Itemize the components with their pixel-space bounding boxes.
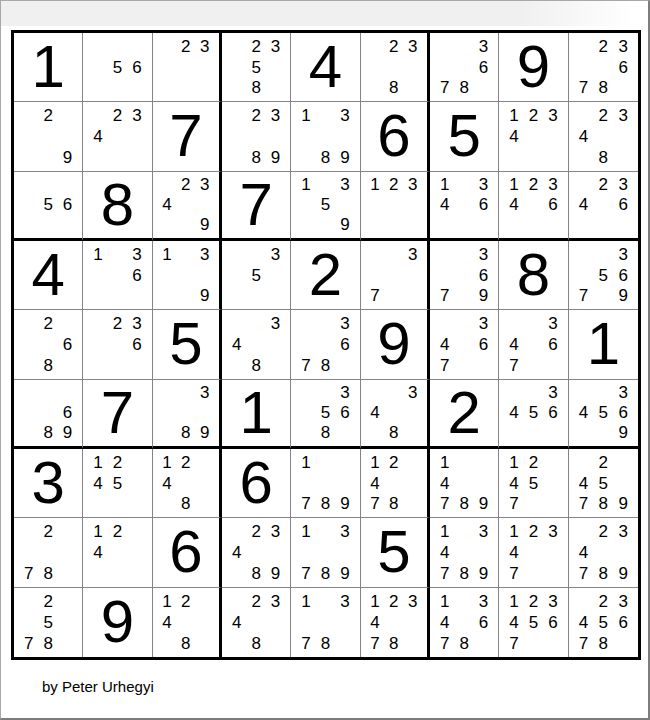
pencil-marks: 56 bbox=[14, 172, 82, 238]
pencil-mark-8: 8 bbox=[384, 423, 403, 443]
sudoku-cell-r4c4[interactable]: 35 bbox=[222, 241, 291, 310]
pencil-mark-6 bbox=[58, 612, 77, 633]
pencil-mark-1: 1 bbox=[88, 452, 107, 473]
sudoku-cell-r5c4[interactable]: 348 bbox=[222, 310, 291, 379]
pencil-mark-3: 3 bbox=[266, 36, 285, 57]
sudoku-cell-r7c1[interactable]: 3 bbox=[14, 449, 83, 518]
sudoku-cell-r6c8[interactable]: 3456 bbox=[499, 380, 568, 449]
pencil-mark-2: 2 bbox=[108, 452, 127, 473]
sudoku-cell-r3c5[interactable]: 1359 bbox=[291, 172, 360, 241]
pencil-mark-4 bbox=[227, 265, 246, 286]
pencil-mark-1 bbox=[227, 591, 246, 612]
pencil-mark-4: 4 bbox=[504, 542, 523, 563]
pencil-mark-8 bbox=[524, 355, 543, 376]
pencil-mark-1: 1 bbox=[158, 591, 177, 612]
pencil-mark-7 bbox=[504, 147, 523, 168]
sudoku-cell-r6c1[interactable]: 689 bbox=[14, 380, 83, 449]
sudoku-cell-r4c3[interactable]: 139 bbox=[153, 241, 222, 310]
sudoku-cell-r7c8[interactable]: 12457 bbox=[499, 449, 568, 518]
pencil-mark-7: 7 bbox=[435, 494, 454, 515]
pencil-mark-4: 4 bbox=[504, 126, 523, 147]
pencil-mark-1 bbox=[227, 244, 246, 265]
pencil-mark-8 bbox=[384, 286, 403, 307]
sudoku-cell-r1c2[interactable]: 56 bbox=[83, 33, 152, 102]
pencil-mark-8: 8 bbox=[593, 633, 613, 654]
pencil-mark-6: 6 bbox=[58, 195, 77, 215]
pencil-marks: 238 bbox=[361, 33, 427, 101]
pencil-mark-1 bbox=[574, 105, 594, 126]
sudoku-cell-r8c5[interactable]: 13789 bbox=[291, 518, 360, 587]
sudoku-cell-r7c9[interactable]: 245789 bbox=[569, 449, 638, 518]
pencil-mark-5: 5 bbox=[593, 265, 613, 286]
pencil-mark-2: 2 bbox=[38, 313, 57, 334]
pencil-mark-7 bbox=[435, 215, 454, 235]
pencil-mark-8 bbox=[108, 78, 127, 99]
pencil-mark-4 bbox=[366, 57, 385, 78]
pencil-mark-4: 4 bbox=[158, 612, 177, 633]
pencil-mark-9: 9 bbox=[613, 423, 633, 443]
pencil-mark-1: 1 bbox=[435, 591, 454, 612]
pencil-mark-6 bbox=[127, 473, 146, 494]
sudoku-cell-r8c9[interactable]: 234789 bbox=[569, 518, 638, 587]
pencil-mark-1: 1 bbox=[296, 452, 315, 473]
sudoku-cell-r4c2[interactable]: 136 bbox=[83, 241, 152, 310]
pencil-mark-6 bbox=[266, 612, 285, 633]
pencil-mark-5 bbox=[246, 542, 265, 563]
sudoku-cell-r5c8[interactable]: 3467 bbox=[499, 310, 568, 379]
sudoku-cell-r2c4[interactable]: 2389 bbox=[222, 102, 291, 171]
sudoku-cell-r4c1[interactable]: 4 bbox=[14, 241, 83, 310]
pencil-mark-6 bbox=[403, 57, 422, 78]
pencil-mark-2: 2 bbox=[176, 591, 195, 612]
sudoku-cell-r7c6[interactable]: 12478 bbox=[361, 449, 430, 518]
sudoku-cell-r1c4[interactable]: 2358 bbox=[222, 33, 291, 102]
sudoku-cell-r5c9[interactable]: 1 bbox=[569, 310, 638, 379]
pencil-marks: 2348 bbox=[569, 102, 638, 170]
pencil-mark-8 bbox=[176, 78, 195, 99]
pencil-mark-8 bbox=[108, 147, 127, 168]
pencil-mark-1 bbox=[227, 105, 246, 126]
sudoku-cell-r8c8[interactable]: 12347 bbox=[499, 518, 568, 587]
pencil-mark-6: 6 bbox=[613, 612, 633, 633]
pencil-mark-8 bbox=[524, 423, 543, 443]
sudoku-cell-r8c4[interactable]: 23489 bbox=[222, 518, 291, 587]
sudoku-cell-r4c8[interactable]: 8 bbox=[499, 241, 568, 310]
pencil-mark-9: 9 bbox=[195, 286, 214, 307]
pencil-mark-4 bbox=[296, 403, 315, 423]
pencil-mark-5: 5 bbox=[38, 195, 57, 215]
pencil-mark-3: 3 bbox=[474, 521, 493, 542]
sudoku-cell-r2c1[interactable]: 29 bbox=[14, 102, 83, 171]
sudoku-cell-r8c6[interactable]: 5 bbox=[361, 518, 430, 587]
sudoku-cell-r8c3[interactable]: 6 bbox=[153, 518, 222, 587]
sudoku-cell-r1c7[interactable]: 3678 bbox=[430, 33, 499, 102]
pencil-mark-1: 1 bbox=[504, 521, 523, 542]
pencil-mark-4 bbox=[19, 195, 38, 215]
sudoku-cell-r9c7[interactable]: 134678 bbox=[430, 588, 499, 657]
pencil-mark-8: 8 bbox=[384, 494, 403, 515]
author-caption: by Peter Urhegyi bbox=[42, 678, 154, 695]
pencil-mark-1 bbox=[296, 383, 315, 403]
sudoku-cell-r6c6[interactable]: 348 bbox=[361, 380, 430, 449]
pencil-marks: 139 bbox=[153, 241, 219, 309]
pencil-mark-4 bbox=[296, 612, 315, 633]
sudoku-cell-r4c9[interactable]: 35679 bbox=[569, 241, 638, 310]
pencil-mark-8: 8 bbox=[384, 78, 403, 99]
pencil-mark-8: 8 bbox=[176, 423, 195, 443]
given-digit: 9 bbox=[101, 592, 134, 652]
pencil-marks: 2358 bbox=[222, 33, 290, 101]
pencil-mark-3 bbox=[335, 452, 354, 473]
pencil-mark-6 bbox=[613, 542, 633, 563]
pencil-mark-8: 8 bbox=[38, 563, 57, 584]
sudoku-cell-r6c9[interactable]: 34569 bbox=[569, 380, 638, 449]
pencil-mark-6 bbox=[403, 195, 422, 215]
pencil-mark-1 bbox=[158, 36, 177, 57]
pencil-mark-5 bbox=[384, 403, 403, 423]
pencil-mark-4: 4 bbox=[366, 612, 385, 633]
sudoku-cell-r3c2[interactable]: 8 bbox=[83, 172, 152, 241]
pencil-mark-5 bbox=[593, 195, 613, 215]
pencil-marks: 268 bbox=[14, 310, 82, 378]
sudoku-cell-r2c3[interactable]: 7 bbox=[153, 102, 222, 171]
pencil-mark-4: 4 bbox=[88, 126, 107, 147]
pencil-mark-3: 3 bbox=[335, 313, 354, 334]
pencil-mark-7 bbox=[504, 215, 523, 235]
pencil-mark-2: 2 bbox=[246, 591, 265, 612]
sudoku-cell-r9c4[interactable]: 2348 bbox=[222, 588, 291, 657]
pencil-mark-2: 2 bbox=[593, 36, 613, 57]
pencil-mark-2: 2 bbox=[38, 521, 57, 542]
pencil-mark-3: 3 bbox=[403, 244, 422, 265]
pencil-mark-9 bbox=[58, 355, 77, 376]
pencil-mark-7: 7 bbox=[504, 355, 523, 376]
pencil-mark-6: 6 bbox=[543, 195, 562, 215]
pencil-marks: 23489 bbox=[222, 518, 290, 586]
pencil-mark-8 bbox=[246, 286, 265, 307]
sudoku-cell-r3c4[interactable]: 7 bbox=[222, 172, 291, 241]
pencil-marks: 12347 bbox=[499, 518, 567, 586]
sudoku-cell-r7c4[interactable]: 6 bbox=[222, 449, 291, 518]
pencil-marks: 134678 bbox=[430, 588, 498, 657]
pencil-mark-9: 9 bbox=[335, 215, 354, 235]
pencil-mark-3: 3 bbox=[195, 36, 214, 57]
pencil-mark-7 bbox=[574, 215, 594, 235]
pencil-mark-4: 4 bbox=[435, 612, 454, 633]
sudoku-cell-r4c5[interactable]: 2 bbox=[291, 241, 360, 310]
pencil-marks: 35 bbox=[222, 241, 290, 309]
pencil-mark-8: 8 bbox=[38, 633, 57, 654]
pencil-mark-3: 3 bbox=[403, 175, 422, 195]
pencil-mark-3: 3 bbox=[613, 521, 633, 542]
sudoku-cell-r3c1[interactable]: 56 bbox=[14, 172, 83, 241]
sudoku-cell-r7c3[interactable]: 1248 bbox=[153, 449, 222, 518]
pencil-mark-2: 2 bbox=[593, 175, 613, 195]
pencil-mark-5 bbox=[176, 265, 195, 286]
pencil-mark-1: 1 bbox=[435, 452, 454, 473]
pencil-mark-3: 3 bbox=[195, 383, 214, 403]
sudoku-cell-r1c6[interactable]: 238 bbox=[361, 33, 430, 102]
pencil-mark-4 bbox=[366, 265, 385, 286]
pencil-marks: 12478 bbox=[361, 449, 427, 517]
pencil-mark-9: 9 bbox=[335, 147, 354, 168]
pencil-mark-8 bbox=[454, 215, 473, 235]
sudoku-cell-r7c2[interactable]: 1245 bbox=[83, 449, 152, 518]
sudoku-cell-r3c7[interactable]: 1346 bbox=[430, 172, 499, 241]
pencil-marks: 278 bbox=[14, 518, 82, 586]
pencil-marks: 35679 bbox=[569, 241, 638, 309]
pencil-mark-8 bbox=[454, 355, 473, 376]
pencil-mark-7 bbox=[19, 215, 38, 235]
pencil-mark-8 bbox=[108, 355, 127, 376]
sudoku-cell-r4c6[interactable]: 37 bbox=[361, 241, 430, 310]
pencil-mark-5: 5 bbox=[38, 612, 57, 633]
pencil-mark-1 bbox=[158, 383, 177, 403]
sudoku-cell-r2c7[interactable]: 5 bbox=[430, 102, 499, 171]
sudoku-cell-r3c6[interactable]: 123 bbox=[361, 172, 430, 241]
pencil-mark-6 bbox=[195, 57, 214, 78]
pencil-mark-8: 8 bbox=[246, 563, 265, 584]
sudoku-cell-r9c8[interactable]: 1234567 bbox=[499, 588, 568, 657]
pencil-mark-4: 4 bbox=[574, 473, 594, 494]
pencil-mark-4: 4 bbox=[227, 542, 246, 563]
pencil-marks: 23 bbox=[153, 33, 219, 101]
pencil-marks: 2349 bbox=[153, 172, 219, 238]
pencil-mark-1 bbox=[504, 313, 523, 334]
sudoku-cell-r6c4[interactable]: 1 bbox=[222, 380, 291, 449]
pencil-mark-1 bbox=[158, 175, 177, 195]
pencil-mark-9 bbox=[543, 147, 562, 168]
pencil-mark-4 bbox=[158, 57, 177, 78]
pencil-mark-3: 3 bbox=[266, 521, 285, 542]
pencil-mark-9 bbox=[127, 147, 146, 168]
pencil-mark-1: 1 bbox=[504, 452, 523, 473]
pencil-marks: 124 bbox=[83, 518, 151, 586]
sudoku-cell-r2c6[interactable]: 6 bbox=[361, 102, 430, 171]
pencil-mark-3: 3 bbox=[335, 175, 354, 195]
given-digit: 9 bbox=[517, 37, 550, 97]
pencil-mark-5: 5 bbox=[108, 473, 127, 494]
sudoku-cell-r9c1[interactable]: 2578 bbox=[14, 588, 83, 657]
sudoku-cell-r4c7[interactable]: 3679 bbox=[430, 241, 499, 310]
pencil-mark-4: 4 bbox=[504, 612, 523, 633]
pencil-mark-8 bbox=[593, 286, 613, 307]
sudoku-cell-r6c5[interactable]: 3568 bbox=[291, 380, 360, 449]
pencil-mark-3: 3 bbox=[266, 244, 285, 265]
pencil-mark-8 bbox=[176, 286, 195, 307]
pencil-mark-9 bbox=[613, 215, 633, 235]
pencil-mark-7 bbox=[574, 147, 594, 168]
pencil-mark-9 bbox=[543, 215, 562, 235]
pencil-mark-2 bbox=[454, 591, 473, 612]
pencil-mark-7 bbox=[158, 423, 177, 443]
pencil-mark-4 bbox=[158, 265, 177, 286]
pencil-mark-1 bbox=[574, 383, 594, 403]
pencil-mark-8 bbox=[108, 494, 127, 515]
pencil-mark-5 bbox=[38, 542, 57, 563]
pencil-mark-7: 7 bbox=[435, 563, 454, 584]
pencil-mark-9 bbox=[195, 633, 214, 654]
sudoku-cell-r5c7[interactable]: 3467 bbox=[430, 310, 499, 379]
pencil-marks: 3568 bbox=[291, 380, 359, 446]
pencil-mark-7: 7 bbox=[574, 286, 594, 307]
pencil-mark-9 bbox=[474, 215, 493, 235]
pencil-mark-8: 8 bbox=[593, 563, 613, 584]
sudoku-cell-r8c7[interactable]: 134789 bbox=[430, 518, 499, 587]
sudoku-cell-r7c5[interactable]: 1789 bbox=[291, 449, 360, 518]
pencil-mark-1 bbox=[504, 383, 523, 403]
pencil-marks: 123 bbox=[361, 172, 427, 238]
sudoku-cell-r9c9[interactable]: 2345678 bbox=[569, 588, 638, 657]
pencil-mark-7 bbox=[88, 78, 107, 99]
sudoku-cell-r6c7[interactable]: 2 bbox=[430, 380, 499, 449]
pencil-mark-4 bbox=[296, 473, 315, 494]
pencil-mark-3: 3 bbox=[613, 105, 633, 126]
pencil-mark-2 bbox=[384, 383, 403, 403]
pencil-mark-6 bbox=[335, 473, 354, 494]
sudoku-cell-r5c2[interactable]: 236 bbox=[83, 310, 152, 379]
pencil-mark-2: 2 bbox=[593, 452, 613, 473]
sudoku-cell-r9c6[interactable]: 123478 bbox=[361, 588, 430, 657]
pencil-mark-6 bbox=[403, 473, 422, 494]
puzzle-page: 1562323584238367892367829234723891389651… bbox=[0, 0, 650, 720]
pencil-marks: 1359 bbox=[291, 172, 359, 238]
pencil-mark-2 bbox=[454, 175, 473, 195]
pencil-mark-3 bbox=[58, 383, 77, 403]
pencil-mark-7 bbox=[88, 563, 107, 584]
pencil-mark-4 bbox=[296, 334, 315, 355]
sudoku-cell-r5c6[interactable]: 9 bbox=[361, 310, 430, 379]
pencil-mark-5 bbox=[316, 334, 335, 355]
pencil-mark-6: 6 bbox=[335, 334, 354, 355]
pencil-mark-3 bbox=[58, 591, 77, 612]
pencil-mark-5 bbox=[246, 334, 265, 355]
sudoku-cell-r8c2[interactable]: 124 bbox=[83, 518, 152, 587]
pencil-marks: 56 bbox=[83, 33, 151, 101]
pencil-mark-6 bbox=[474, 542, 493, 563]
pencil-mark-4 bbox=[227, 126, 246, 147]
pencil-mark-7 bbox=[366, 423, 385, 443]
pencil-mark-8 bbox=[524, 215, 543, 235]
pencil-mark-4: 4 bbox=[574, 612, 594, 633]
sudoku-cell-r9c5[interactable]: 1378 bbox=[291, 588, 360, 657]
given-digit: 1 bbox=[587, 314, 620, 374]
sudoku-cell-r2c8[interactable]: 1234 bbox=[499, 102, 568, 171]
sudoku-cell-r5c3[interactable]: 5 bbox=[153, 310, 222, 379]
pencil-mark-4: 4 bbox=[574, 126, 594, 147]
pencil-mark-3: 3 bbox=[474, 175, 493, 195]
sudoku-cell-r1c9[interactable]: 23678 bbox=[569, 33, 638, 102]
pencil-mark-9 bbox=[543, 423, 562, 443]
pencil-mark-9 bbox=[127, 355, 146, 376]
sudoku-cell-r6c3[interactable]: 389 bbox=[153, 380, 222, 449]
given-digit: 6 bbox=[169, 522, 202, 582]
pencil-mark-4 bbox=[435, 57, 454, 78]
pencil-mark-1 bbox=[574, 452, 594, 473]
pencil-mark-7 bbox=[158, 78, 177, 99]
pencil-mark-3: 3 bbox=[474, 591, 493, 612]
pencil-marks: 3678 bbox=[430, 33, 498, 101]
pencil-mark-5: 5 bbox=[593, 473, 613, 494]
pencil-mark-2 bbox=[454, 313, 473, 334]
pencil-mark-5 bbox=[454, 265, 473, 286]
pencil-marks: 37 bbox=[361, 241, 427, 309]
pencil-mark-4 bbox=[19, 126, 38, 147]
sudoku-cell-r6c2[interactable]: 7 bbox=[83, 380, 152, 449]
pencil-mark-7: 7 bbox=[366, 286, 385, 307]
pencil-mark-7 bbox=[296, 215, 315, 235]
sudoku-cell-r2c2[interactable]: 234 bbox=[83, 102, 152, 171]
pencil-mark-4 bbox=[296, 542, 315, 563]
sudoku-cell-r1c3[interactable]: 23 bbox=[153, 33, 222, 102]
pencil-mark-5: 5 bbox=[524, 473, 543, 494]
sudoku-cell-r8c1[interactable]: 278 bbox=[14, 518, 83, 587]
pencil-marks: 348 bbox=[361, 380, 427, 446]
pencil-marks: 3467 bbox=[499, 310, 567, 378]
sudoku-cell-r1c5[interactable]: 4 bbox=[291, 33, 360, 102]
pencil-mark-9 bbox=[543, 633, 562, 654]
sudoku-cell-r3c9[interactable]: 2346 bbox=[569, 172, 638, 241]
sudoku-cell-r2c5[interactable]: 1389 bbox=[291, 102, 360, 171]
sudoku-cell-r7c7[interactable]: 14789 bbox=[430, 449, 499, 518]
pencil-mark-7: 7 bbox=[19, 563, 38, 584]
sudoku-cell-r1c1[interactable]: 1 bbox=[14, 33, 83, 102]
sudoku-cell-r3c8[interactable]: 12346 bbox=[499, 172, 568, 241]
sudoku-cell-r5c1[interactable]: 268 bbox=[14, 310, 83, 379]
pencil-mark-2: 2 bbox=[524, 591, 543, 612]
pencil-mark-7 bbox=[227, 355, 246, 376]
pencil-mark-3: 3 bbox=[335, 383, 354, 403]
pencil-mark-8 bbox=[593, 423, 613, 443]
pencil-mark-9 bbox=[195, 494, 214, 515]
sudoku-cell-r1c8[interactable]: 9 bbox=[499, 33, 568, 102]
pencil-mark-2: 2 bbox=[524, 521, 543, 542]
pencil-mark-2: 2 bbox=[524, 105, 543, 126]
given-digit: 5 bbox=[377, 522, 410, 582]
pencil-mark-5 bbox=[454, 542, 473, 563]
pencil-mark-2 bbox=[316, 313, 335, 334]
pencil-marks: 13789 bbox=[291, 518, 359, 586]
pencil-mark-2 bbox=[454, 452, 473, 473]
pencil-mark-4 bbox=[19, 612, 38, 633]
pencil-mark-3: 3 bbox=[613, 591, 633, 612]
sudoku-cell-r9c3[interactable]: 1248 bbox=[153, 588, 222, 657]
pencil-mark-2: 2 bbox=[108, 521, 127, 542]
pencil-mark-8: 8 bbox=[176, 633, 195, 654]
pencil-mark-5 bbox=[38, 126, 57, 147]
pencil-mark-2 bbox=[108, 36, 127, 57]
pencil-mark-1 bbox=[19, 313, 38, 334]
pencil-mark-8: 8 bbox=[176, 494, 195, 515]
sudoku-cell-r2c9[interactable]: 2348 bbox=[569, 102, 638, 171]
pencil-mark-3 bbox=[58, 521, 77, 542]
pencil-mark-9 bbox=[266, 633, 285, 654]
pencil-mark-4: 4 bbox=[504, 473, 523, 494]
pencil-mark-4 bbox=[296, 126, 315, 147]
pencil-mark-5 bbox=[316, 473, 335, 494]
pencil-mark-6 bbox=[195, 403, 214, 423]
pencil-mark-2 bbox=[316, 175, 335, 195]
sudoku-cell-r9c2[interactable]: 9 bbox=[83, 588, 152, 657]
sudoku-cell-r5c5[interactable]: 3678 bbox=[291, 310, 360, 379]
sudoku-cell-r3c3[interactable]: 2349 bbox=[153, 172, 222, 241]
pencil-mark-1 bbox=[227, 521, 246, 542]
pencil-mark-4: 4 bbox=[504, 195, 523, 215]
pencil-marks: 3678 bbox=[291, 310, 359, 378]
pencil-mark-2 bbox=[176, 244, 195, 265]
given-digit: 5 bbox=[169, 314, 202, 374]
pencil-mark-6: 6 bbox=[58, 334, 77, 355]
